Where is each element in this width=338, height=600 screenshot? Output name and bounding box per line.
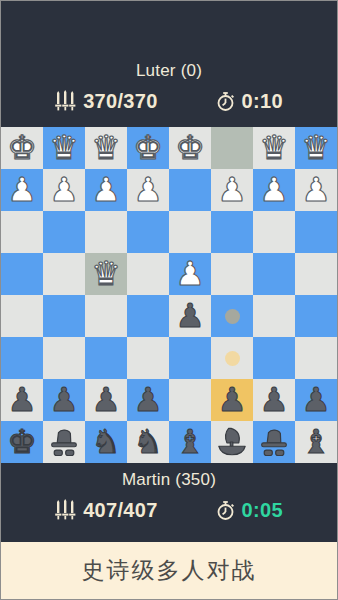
- square-c7[interactable]: ♟: [85, 169, 127, 211]
- player-score-value: 407/407: [83, 499, 157, 522]
- white-queen: ♛: [91, 127, 121, 169]
- white-queen: ♛: [259, 127, 289, 169]
- white-pawn: ♟: [91, 169, 121, 211]
- square-b6[interactable]: [43, 211, 85, 253]
- black-pawn: ♟: [175, 295, 205, 337]
- legal-move-dot-f3[interactable]: [225, 351, 240, 366]
- square-e3[interactable]: [169, 337, 211, 379]
- square-a1[interactable]: ♚: [1, 421, 43, 463]
- square-a7[interactable]: ♟: [1, 169, 43, 211]
- white-pawn: ♟: [49, 169, 79, 211]
- chess-board[interactable]: ♚♛♛♚♚♛♛♟♟♟♟♟♟♟♛♟♟♟♟♟♟♟♟♟♚ ♞♞♝ ♝: [1, 127, 337, 463]
- square-f3[interactable]: [211, 337, 253, 379]
- square-f8[interactable]: [211, 127, 253, 169]
- square-b2[interactable]: ♟: [43, 379, 85, 421]
- game-screen: Luter (0) 370/370: [0, 0, 338, 600]
- player-panel: Martin (350) 407/407: [1, 463, 337, 542]
- square-c4[interactable]: [85, 295, 127, 337]
- square-c6[interactable]: [85, 211, 127, 253]
- white-pawn: ♟: [259, 169, 289, 211]
- square-b7[interactable]: ♟: [43, 169, 85, 211]
- black-spy-piece: [257, 425, 291, 459]
- square-f6[interactable]: [211, 211, 253, 253]
- opponent-timer: 0:10: [216, 90, 283, 113]
- white-queen: ♛: [301, 127, 331, 169]
- square-b1[interactable]: [43, 421, 85, 463]
- white-pawn: ♟: [301, 169, 331, 211]
- square-d2[interactable]: ♟: [127, 379, 169, 421]
- square-d3[interactable]: [127, 337, 169, 379]
- square-g5[interactable]: [253, 253, 295, 295]
- square-g2[interactable]: ♟: [253, 379, 295, 421]
- square-d7[interactable]: ♟: [127, 169, 169, 211]
- ad-banner-text: 史诗级多人对战: [82, 555, 257, 586]
- square-g4[interactable]: [253, 295, 295, 337]
- square-a3[interactable]: [1, 337, 43, 379]
- black-pawn: ♟: [133, 379, 163, 421]
- square-d6[interactable]: [127, 211, 169, 253]
- opponent-score: 370/370: [55, 90, 157, 113]
- square-e7[interactable]: [169, 169, 211, 211]
- square-f2[interactable]: ♟: [211, 379, 253, 421]
- square-b4[interactable]: [43, 295, 85, 337]
- black-ship-rook: [215, 425, 249, 459]
- three-swords-icon: [55, 90, 76, 113]
- square-g7[interactable]: ♟: [253, 169, 295, 211]
- white-king: ♚: [133, 127, 163, 169]
- square-g6[interactable]: [253, 211, 295, 253]
- black-pawn: ♟: [301, 379, 331, 421]
- square-a5[interactable]: [1, 253, 43, 295]
- square-d5[interactable]: [127, 253, 169, 295]
- square-g8[interactable]: ♛: [253, 127, 295, 169]
- square-h2[interactable]: ♟: [295, 379, 337, 421]
- square-h8[interactable]: ♛: [295, 127, 337, 169]
- square-h7[interactable]: ♟: [295, 169, 337, 211]
- black-bishop: ♝: [175, 421, 205, 463]
- square-f1[interactable]: [211, 421, 253, 463]
- square-h5[interactable]: [295, 253, 337, 295]
- square-e8[interactable]: ♚: [169, 127, 211, 169]
- square-a6[interactable]: [1, 211, 43, 253]
- square-a8[interactable]: ♚: [1, 127, 43, 169]
- black-bishop: ♝: [301, 421, 331, 463]
- white-pawn: ♟: [133, 169, 163, 211]
- black-pawn: ♟: [49, 379, 79, 421]
- square-h6[interactable]: [295, 211, 337, 253]
- black-pawn: ♟: [217, 379, 247, 421]
- player-timer: 0:05: [216, 499, 283, 522]
- square-e4[interactable]: ♟: [169, 295, 211, 337]
- stopwatch-icon: [216, 91, 235, 112]
- square-c8[interactable]: ♛: [85, 127, 127, 169]
- square-e5[interactable]: ♟: [169, 253, 211, 295]
- black-pegasus-knight: ♞: [133, 421, 163, 463]
- square-g1[interactable]: [253, 421, 295, 463]
- white-queen: ♛: [49, 127, 79, 169]
- square-b3[interactable]: [43, 337, 85, 379]
- square-h4[interactable]: [295, 295, 337, 337]
- square-b8[interactable]: ♛: [43, 127, 85, 169]
- white-pawn: ♟: [175, 253, 205, 295]
- square-c2[interactable]: ♟: [85, 379, 127, 421]
- three-swords-icon: [55, 499, 76, 522]
- player-score: 407/407: [55, 499, 157, 522]
- square-g3[interactable]: [253, 337, 295, 379]
- white-queen: ♛: [91, 253, 121, 295]
- square-e6[interactable]: [169, 211, 211, 253]
- square-b5[interactable]: [43, 253, 85, 295]
- black-pawn: ♟: [259, 379, 289, 421]
- white-pawn: ♟: [7, 169, 37, 211]
- white-king: ♚: [175, 127, 205, 169]
- opponent-time-value: 0:10: [242, 90, 283, 113]
- square-e2[interactable]: [169, 379, 211, 421]
- square-c3[interactable]: [85, 337, 127, 379]
- player-stats-row: 407/407 0:05: [55, 499, 283, 522]
- square-d8[interactable]: ♚: [127, 127, 169, 169]
- square-d4[interactable]: [127, 295, 169, 337]
- black-pegasus-knight: ♞: [91, 421, 121, 463]
- opponent-name: Luter (0): [136, 61, 202, 81]
- square-f5[interactable]: [211, 253, 253, 295]
- black-pawn: ♟: [7, 379, 37, 421]
- square-c5[interactable]: ♛: [85, 253, 127, 295]
- white-pawn: ♟: [217, 169, 247, 211]
- square-a2[interactable]: ♟: [1, 379, 43, 421]
- black-pawn: ♟: [91, 379, 121, 421]
- square-h1[interactable]: ♝: [295, 421, 337, 463]
- black-king: ♚: [7, 421, 37, 463]
- square-h3[interactable]: [295, 337, 337, 379]
- square-e1[interactable]: ♝: [169, 421, 211, 463]
- ad-banner[interactable]: 史诗级多人对战: [1, 542, 337, 599]
- stopwatch-icon: [216, 500, 235, 521]
- opponent-score-value: 370/370: [83, 90, 157, 113]
- player-time-value: 0:05: [242, 499, 283, 522]
- white-king: ♚: [7, 127, 37, 169]
- player-name: Martin (350): [122, 470, 216, 490]
- black-spy-piece: [47, 425, 81, 459]
- square-f7[interactable]: ♟: [211, 169, 253, 211]
- square-c1[interactable]: ♞: [85, 421, 127, 463]
- square-a4[interactable]: [1, 295, 43, 337]
- square-f4[interactable]: [211, 295, 253, 337]
- legal-move-dot-f4[interactable]: [225, 309, 240, 324]
- opponent-stats-row: 370/370 0:10: [55, 90, 283, 113]
- square-d1[interactable]: ♞: [127, 421, 169, 463]
- opponent-panel: Luter (0) 370/370: [1, 1, 337, 127]
